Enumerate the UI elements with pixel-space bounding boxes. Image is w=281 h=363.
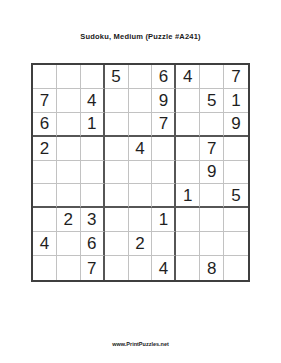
puzzle-title: Sudoku, Medium (Puzzle #A241)	[0, 32, 281, 41]
cell-r7c3: 3	[81, 208, 105, 232]
cell-r3c5	[129, 113, 153, 137]
cell-r3c6: 7	[152, 113, 176, 137]
cell-r6c7: 1	[176, 184, 200, 208]
cell-r7c2: 2	[57, 208, 81, 232]
cell-r8c9	[224, 232, 248, 256]
cell-r4c1: 2	[33, 137, 57, 161]
cell-r8c4	[105, 232, 129, 256]
cell-r4c4	[105, 137, 129, 161]
cell-r6c6	[152, 184, 176, 208]
cell-r5c8: 9	[200, 161, 224, 185]
cell-r1c7: 4	[176, 65, 200, 89]
cell-r7c5	[129, 208, 153, 232]
cell-r5c7	[176, 161, 200, 185]
cell-r5c6	[152, 161, 176, 185]
cell-r2c9: 1	[224, 89, 248, 113]
cell-r2c2	[57, 89, 81, 113]
cell-r1c9: 7	[224, 65, 248, 89]
footer-url: www.PrintPuzzles.net	[0, 341, 281, 347]
cell-r6c5	[129, 184, 153, 208]
cell-r6c8	[200, 184, 224, 208]
cell-r1c1	[33, 65, 57, 89]
cell-r3c4	[105, 113, 129, 137]
cell-r3c3: 1	[81, 113, 105, 137]
cell-r6c1	[33, 184, 57, 208]
cell-r7c7	[176, 208, 200, 232]
cell-r1c8	[200, 65, 224, 89]
cell-r7c4	[105, 208, 129, 232]
cell-r7c6: 1	[152, 208, 176, 232]
cell-r3c8	[200, 113, 224, 137]
cell-r3c1: 6	[33, 113, 57, 137]
cell-r9c1	[33, 256, 57, 280]
cell-r4c5: 4	[129, 137, 153, 161]
cell-r7c9	[224, 208, 248, 232]
cell-r1c4: 5	[105, 65, 129, 89]
cell-r6c2	[57, 184, 81, 208]
cell-r4c2	[57, 137, 81, 161]
cell-r9c5	[129, 256, 153, 280]
sudoku-board: 5647749516179247915231462748	[31, 63, 250, 282]
cell-r1c2	[57, 65, 81, 89]
puzzle-page: Sudoku, Medium (Puzzle #A241) 5647749516…	[0, 0, 281, 363]
cell-r9c8: 8	[200, 256, 224, 280]
cell-r7c8	[200, 208, 224, 232]
cell-r2c6: 9	[152, 89, 176, 113]
cell-r8c6	[152, 232, 176, 256]
cell-r9c7	[176, 256, 200, 280]
cell-r2c4	[105, 89, 129, 113]
cell-r8c1: 4	[33, 232, 57, 256]
cell-r3c2	[57, 113, 81, 137]
cell-r6c9: 5	[224, 184, 248, 208]
cell-r5c9	[224, 161, 248, 185]
cell-r9c3: 7	[81, 256, 105, 280]
cell-r8c7	[176, 232, 200, 256]
cell-r8c3: 6	[81, 232, 105, 256]
cell-r2c8: 5	[200, 89, 224, 113]
cell-r5c1	[33, 161, 57, 185]
cell-r5c4	[105, 161, 129, 185]
cell-r3c9: 9	[224, 113, 248, 137]
cell-r1c5	[129, 65, 153, 89]
cell-r5c2	[57, 161, 81, 185]
cell-r4c6	[152, 137, 176, 161]
cell-r6c3	[81, 184, 105, 208]
cell-r5c3	[81, 161, 105, 185]
cell-r5c5	[129, 161, 153, 185]
cell-r9c4	[105, 256, 129, 280]
cell-r4c7	[176, 137, 200, 161]
cell-r1c3	[81, 65, 105, 89]
cell-r4c9	[224, 137, 248, 161]
cell-r6c4	[105, 184, 129, 208]
cell-r3c7	[176, 113, 200, 137]
cell-r8c2	[57, 232, 81, 256]
cell-r8c8	[200, 232, 224, 256]
cell-r2c5	[129, 89, 153, 113]
cell-r4c3	[81, 137, 105, 161]
cell-r8c5: 2	[129, 232, 153, 256]
cell-r9c9	[224, 256, 248, 280]
cell-r9c6: 4	[152, 256, 176, 280]
cell-r2c1: 7	[33, 89, 57, 113]
cell-r1c6: 6	[152, 65, 176, 89]
cell-r2c7	[176, 89, 200, 113]
cell-r9c2	[57, 256, 81, 280]
cell-r2c3: 4	[81, 89, 105, 113]
cell-r4c8: 7	[200, 137, 224, 161]
cell-r7c1	[33, 208, 57, 232]
